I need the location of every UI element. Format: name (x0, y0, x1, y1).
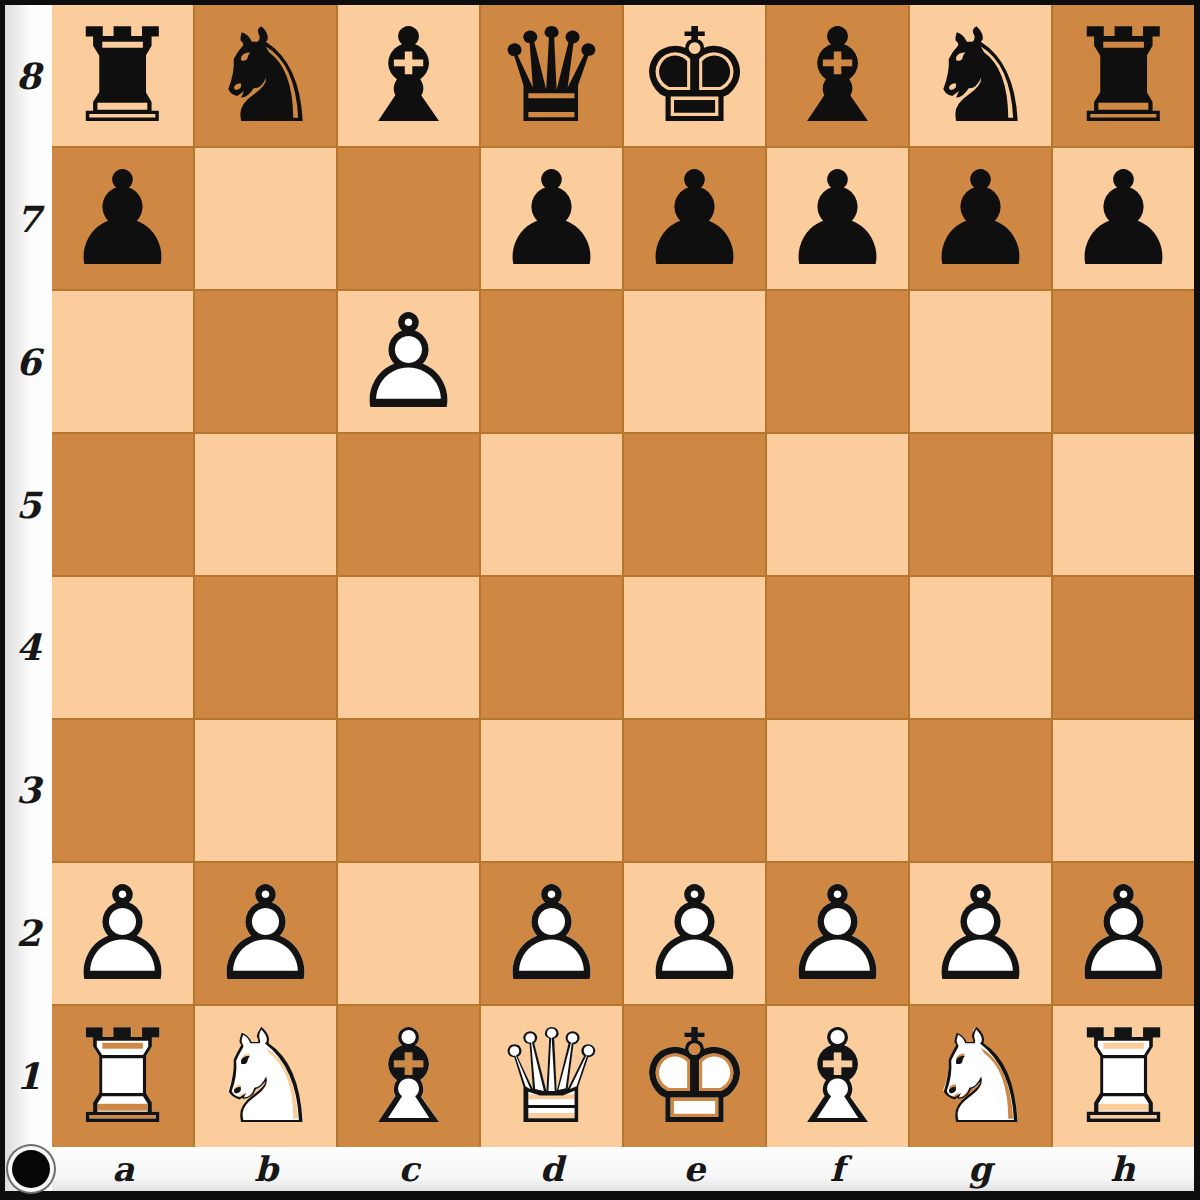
square-b8[interactable]: ♞ (195, 5, 336, 146)
square-g1[interactable]: ♞♘ (910, 1006, 1051, 1147)
square-d1[interactable]: ♛♕ (481, 1006, 622, 1147)
black-rook[interactable]: ♜ (52, 5, 193, 146)
square-f3[interactable] (767, 720, 908, 861)
piece-glyph: ♕ (481, 1012, 622, 1142)
piece-glyph: ♙ (52, 869, 193, 999)
square-g4[interactable] (910, 577, 1051, 718)
square-c3[interactable] (338, 720, 479, 861)
square-e1[interactable]: ♚♔ (624, 1006, 765, 1147)
white-pawn[interactable]: ♟♙ (767, 863, 908, 1004)
square-c6[interactable]: ♟♙ (338, 291, 479, 432)
square-f7[interactable]: ♟ (767, 148, 908, 289)
black-pawn[interactable]: ♟ (1053, 148, 1194, 289)
square-c4[interactable] (338, 577, 479, 718)
square-g8[interactable]: ♞ (910, 5, 1051, 146)
piece-glyph: ♟ (767, 154, 908, 284)
white-pawn[interactable]: ♟♙ (481, 863, 622, 1004)
piece-glyph: ♞ (195, 11, 336, 141)
square-e7[interactable]: ♟ (624, 148, 765, 289)
white-king[interactable]: ♚♔ (624, 1006, 765, 1147)
chess-diagram: 87654321 ♜♞♝♛♚♝♞♜♟♟♟♟♟♟♟♙♟♙♟♙♟♙♟♙♟♙♟♙♟♙♜… (0, 0, 1200, 1200)
rank-label-6: 6 (5, 291, 52, 434)
file-label-h: h (1051, 1147, 1194, 1191)
square-h8[interactable]: ♜ (1053, 5, 1194, 146)
piece-glyph: ♙ (1053, 869, 1194, 999)
piece-glyph: ♖ (52, 1012, 193, 1142)
file-coordinate-strip: abcdefgh (52, 1147, 1194, 1191)
file-label-b: b (195, 1147, 338, 1191)
file-label-d: d (480, 1147, 623, 1191)
square-e8[interactable]: ♚ (624, 5, 765, 146)
piece-glyph: ♟ (1053, 154, 1194, 284)
piece-glyph: ♗ (338, 1012, 479, 1142)
square-a8[interactable]: ♜ (52, 5, 193, 146)
square-d2[interactable]: ♟♙ (481, 863, 622, 1004)
square-f8[interactable]: ♝ (767, 5, 908, 146)
piece-glyph: ♟ (624, 154, 765, 284)
square-g6[interactable] (910, 291, 1051, 432)
white-bishop[interactable]: ♝♗ (767, 1006, 908, 1147)
black-knight[interactable]: ♞ (195, 5, 336, 146)
square-a6[interactable] (52, 291, 193, 432)
rank-label-2: 2 (5, 862, 52, 1005)
square-e6[interactable] (624, 291, 765, 432)
square-h3[interactable] (1053, 720, 1194, 861)
chess-board[interactable]: ♜♞♝♛♚♝♞♜♟♟♟♟♟♟♟♙♟♙♟♙♟♙♟♙♟♙♟♙♟♙♜♖♞♘♝♗♛♕♚♔… (52, 5, 1194, 1147)
black-king[interactable]: ♚ (624, 5, 765, 146)
white-pawn[interactable]: ♟♙ (624, 863, 765, 1004)
piece-glyph: ♖ (1053, 1012, 1194, 1142)
square-b7[interactable] (195, 148, 336, 289)
square-f1[interactable]: ♝♗ (767, 1006, 908, 1147)
black-pawn[interactable]: ♟ (910, 148, 1051, 289)
file-label-e: e (623, 1147, 766, 1191)
piece-glyph: ♟ (910, 154, 1051, 284)
square-c7[interactable] (338, 148, 479, 289)
square-d6[interactable] (481, 291, 622, 432)
piece-glyph: ♔ (624, 1012, 765, 1142)
black-to-move-indicator (12, 1150, 50, 1188)
white-pawn[interactable]: ♟♙ (910, 863, 1051, 1004)
square-g5[interactable] (910, 434, 1051, 575)
square-b2[interactable]: ♟♙ (195, 863, 336, 1004)
square-b3[interactable] (195, 720, 336, 861)
white-queen[interactable]: ♛♕ (481, 1006, 622, 1147)
piece-glyph: ♜ (1053, 11, 1194, 141)
square-f5[interactable] (767, 434, 908, 575)
white-knight[interactable]: ♞♘ (910, 1006, 1051, 1147)
square-c8[interactable]: ♝ (338, 5, 479, 146)
rank-label-5: 5 (5, 433, 52, 576)
square-h4[interactable] (1053, 577, 1194, 718)
square-h5[interactable] (1053, 434, 1194, 575)
square-d4[interactable] (481, 577, 622, 718)
piece-glyph: ♙ (624, 869, 765, 999)
square-e2[interactable]: ♟♙ (624, 863, 765, 1004)
square-g2[interactable]: ♟♙ (910, 863, 1051, 1004)
rank-label-8: 8 (5, 5, 52, 148)
square-f6[interactable] (767, 291, 908, 432)
square-a5[interactable] (52, 434, 193, 575)
piece-glyph: ♙ (910, 869, 1051, 999)
white-knight[interactable]: ♞♘ (195, 1006, 336, 1147)
square-e3[interactable] (624, 720, 765, 861)
black-bishop[interactable]: ♝ (767, 5, 908, 146)
piece-glyph: ♗ (767, 1012, 908, 1142)
white-rook[interactable]: ♜♖ (52, 1006, 193, 1147)
file-label-g: g (909, 1147, 1052, 1191)
white-bishop[interactable]: ♝♗ (338, 1006, 479, 1147)
piece-glyph: ♜ (52, 11, 193, 141)
square-a2[interactable]: ♟♙ (52, 863, 193, 1004)
black-queen[interactable]: ♛ (481, 5, 622, 146)
square-h2[interactable]: ♟♙ (1053, 863, 1194, 1004)
square-f2[interactable]: ♟♙ (767, 863, 908, 1004)
square-h6[interactable] (1053, 291, 1194, 432)
black-pawn[interactable]: ♟ (767, 148, 908, 289)
square-e4[interactable] (624, 577, 765, 718)
piece-glyph: ♝ (338, 11, 479, 141)
white-pawn[interactable]: ♟♙ (195, 863, 336, 1004)
square-d8[interactable]: ♛ (481, 5, 622, 146)
square-c1[interactable]: ♝♗ (338, 1006, 479, 1147)
black-knight[interactable]: ♞ (910, 5, 1051, 146)
piece-glyph: ♛ (481, 11, 622, 141)
square-g3[interactable] (910, 720, 1051, 861)
black-bishop[interactable]: ♝ (338, 5, 479, 146)
file-label-c: c (338, 1147, 481, 1191)
square-a7[interactable]: ♟ (52, 148, 193, 289)
square-c5[interactable] (338, 434, 479, 575)
white-rook[interactable]: ♜♖ (1053, 1006, 1194, 1147)
rank-label-4: 4 (5, 576, 52, 719)
square-a4[interactable] (52, 577, 193, 718)
square-d5[interactable] (481, 434, 622, 575)
black-pawn[interactable]: ♟ (52, 148, 193, 289)
square-f4[interactable] (767, 577, 908, 718)
file-label-f: f (766, 1147, 909, 1191)
rank-label-1: 1 (5, 1004, 52, 1147)
piece-glyph: ♘ (195, 1012, 336, 1142)
file-label-a: a (52, 1147, 195, 1191)
square-h1[interactable]: ♜♖ (1053, 1006, 1194, 1147)
square-a1[interactable]: ♜♖ (52, 1006, 193, 1147)
square-b6[interactable] (195, 291, 336, 432)
piece-glyph: ♙ (195, 869, 336, 999)
square-a3[interactable] (52, 720, 193, 861)
black-pawn[interactable]: ♟ (624, 148, 765, 289)
piece-glyph: ♝ (767, 11, 908, 141)
white-pawn[interactable]: ♟♙ (1053, 863, 1194, 1004)
white-pawn[interactable]: ♟♙ (338, 291, 479, 432)
piece-glyph: ♘ (910, 1012, 1051, 1142)
square-c2[interactable] (338, 863, 479, 1004)
black-pawn[interactable]: ♟ (481, 148, 622, 289)
rank-coordinate-strip: 87654321 (5, 5, 52, 1191)
square-d7[interactable]: ♟ (481, 148, 622, 289)
rank-label-7: 7 (5, 148, 52, 291)
black-rook[interactable]: ♜ (1053, 5, 1194, 146)
piece-glyph: ♟ (52, 154, 193, 284)
rank-label-3: 3 (5, 719, 52, 862)
piece-glyph: ♚ (624, 11, 765, 141)
square-d3[interactable] (481, 720, 622, 861)
square-g7[interactable]: ♟ (910, 148, 1051, 289)
piece-glyph: ♞ (910, 11, 1051, 141)
square-b5[interactable] (195, 434, 336, 575)
rank-labels: 87654321 (5, 5, 52, 1147)
square-h7[interactable]: ♟ (1053, 148, 1194, 289)
white-pawn[interactable]: ♟♙ (52, 863, 193, 1004)
square-b1[interactable]: ♞♘ (195, 1006, 336, 1147)
square-e5[interactable] (624, 434, 765, 575)
piece-glyph: ♟ (481, 154, 622, 284)
square-b4[interactable] (195, 577, 336, 718)
piece-glyph: ♙ (767, 869, 908, 999)
piece-glyph: ♙ (338, 297, 479, 427)
file-labels: abcdefgh (52, 1147, 1194, 1191)
piece-glyph: ♙ (481, 869, 622, 999)
